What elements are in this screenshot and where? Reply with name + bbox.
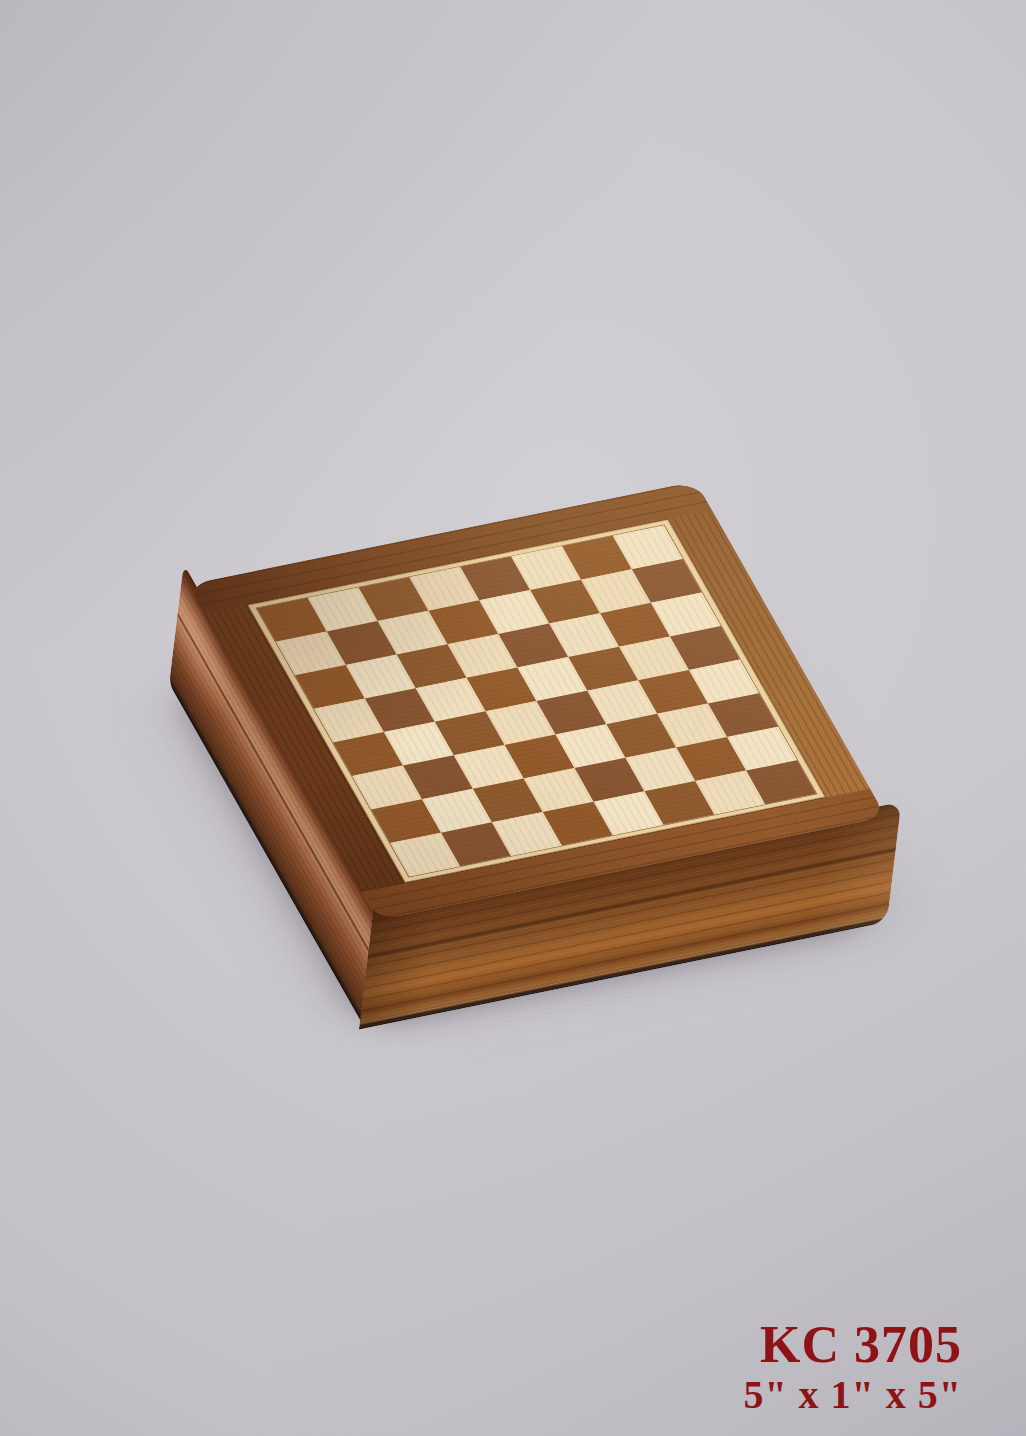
product-photo: KC 3705 5" x 1" x 5"	[0, 0, 1026, 1436]
product-caption: KC 3705 5" x 1" x 5"	[743, 1318, 962, 1416]
product-dimensions: 5" x 1" x 5"	[743, 1374, 962, 1416]
product-sku: KC 3705	[743, 1318, 962, 1372]
